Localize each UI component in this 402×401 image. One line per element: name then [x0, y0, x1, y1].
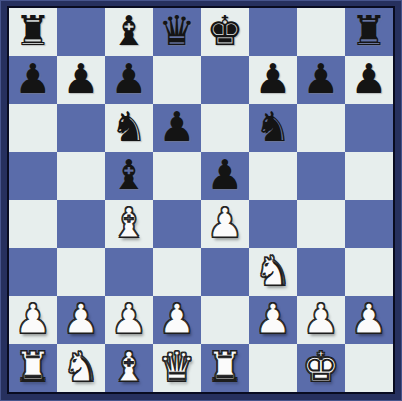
piece-white-pawn[interactable]: ♟ — [303, 295, 340, 343]
square-e6[interactable] — [201, 104, 249, 152]
piece-black-rook[interactable]: ♜ — [15, 7, 52, 55]
piece-white-pawn[interactable]: ♟ — [255, 295, 292, 343]
square-c2[interactable]: ♟ — [105, 296, 153, 344]
board-frame: ♜♝♛♚♜♟♟♟♟♟♟♞♟♞♝♟♝♟♞♟♟♟♟♟♟♟♜♞♝♛♜♚ — [0, 0, 402, 401]
square-e2[interactable] — [201, 296, 249, 344]
square-h5[interactable] — [345, 152, 393, 200]
square-h1[interactable] — [345, 344, 393, 392]
square-f8[interactable] — [249, 8, 297, 56]
square-a8[interactable]: ♜ — [9, 8, 57, 56]
square-d3[interactable] — [153, 248, 201, 296]
square-a2[interactable]: ♟ — [9, 296, 57, 344]
piece-white-king[interactable]: ♚ — [303, 343, 340, 391]
square-h2[interactable]: ♟ — [345, 296, 393, 344]
square-b4[interactable] — [57, 200, 105, 248]
square-e5[interactable]: ♟ — [201, 152, 249, 200]
square-f6[interactable]: ♞ — [249, 104, 297, 152]
square-c6[interactable]: ♞ — [105, 104, 153, 152]
square-h8[interactable]: ♜ — [345, 8, 393, 56]
piece-white-bishop[interactable]: ♝ — [111, 199, 148, 247]
piece-black-knight[interactable]: ♞ — [111, 103, 148, 151]
square-a3[interactable] — [9, 248, 57, 296]
square-f7[interactable]: ♟ — [249, 56, 297, 104]
piece-black-bishop[interactable]: ♝ — [111, 151, 148, 199]
square-g3[interactable] — [297, 248, 345, 296]
square-e1[interactable]: ♜ — [201, 344, 249, 392]
piece-white-pawn[interactable]: ♟ — [111, 295, 148, 343]
square-g4[interactable] — [297, 200, 345, 248]
square-b1[interactable]: ♞ — [57, 344, 105, 392]
piece-black-pawn[interactable]: ♟ — [159, 103, 196, 151]
square-f3[interactable]: ♞ — [249, 248, 297, 296]
square-g6[interactable] — [297, 104, 345, 152]
piece-white-knight[interactable]: ♞ — [255, 247, 292, 295]
piece-white-rook[interactable]: ♜ — [15, 343, 52, 391]
square-b5[interactable] — [57, 152, 105, 200]
square-h7[interactable]: ♟ — [345, 56, 393, 104]
piece-white-pawn[interactable]: ♟ — [159, 295, 196, 343]
square-f5[interactable] — [249, 152, 297, 200]
square-a6[interactable] — [9, 104, 57, 152]
piece-black-knight[interactable]: ♞ — [255, 103, 292, 151]
square-e4[interactable]: ♟ — [201, 200, 249, 248]
square-h6[interactable] — [345, 104, 393, 152]
square-a5[interactable] — [9, 152, 57, 200]
piece-white-pawn[interactable]: ♟ — [63, 295, 100, 343]
square-e7[interactable] — [201, 56, 249, 104]
square-e8[interactable]: ♚ — [201, 8, 249, 56]
square-b2[interactable]: ♟ — [57, 296, 105, 344]
square-d1[interactable]: ♛ — [153, 344, 201, 392]
square-b6[interactable] — [57, 104, 105, 152]
square-g7[interactable]: ♟ — [297, 56, 345, 104]
piece-white-bishop[interactable]: ♝ — [111, 343, 148, 391]
square-f4[interactable] — [249, 200, 297, 248]
piece-white-rook[interactable]: ♜ — [207, 343, 244, 391]
square-h4[interactable] — [345, 200, 393, 248]
piece-black-pawn[interactable]: ♟ — [63, 55, 100, 103]
piece-black-pawn[interactable]: ♟ — [15, 55, 52, 103]
piece-black-pawn[interactable]: ♟ — [207, 151, 244, 199]
square-a4[interactable] — [9, 200, 57, 248]
piece-white-queen[interactable]: ♛ — [159, 343, 196, 391]
square-e3[interactable] — [201, 248, 249, 296]
piece-white-knight[interactable]: ♞ — [63, 343, 100, 391]
piece-black-pawn[interactable]: ♟ — [255, 55, 292, 103]
square-a1[interactable]: ♜ — [9, 344, 57, 392]
piece-white-pawn[interactable]: ♟ — [15, 295, 52, 343]
square-c8[interactable]: ♝ — [105, 8, 153, 56]
square-g2[interactable]: ♟ — [297, 296, 345, 344]
square-g5[interactable] — [297, 152, 345, 200]
piece-black-king[interactable]: ♚ — [207, 7, 244, 55]
piece-black-pawn[interactable]: ♟ — [303, 55, 340, 103]
square-b7[interactable]: ♟ — [57, 56, 105, 104]
piece-black-pawn[interactable]: ♟ — [111, 55, 148, 103]
square-g8[interactable] — [297, 8, 345, 56]
square-a7[interactable]: ♟ — [9, 56, 57, 104]
square-c7[interactable]: ♟ — [105, 56, 153, 104]
piece-black-rook[interactable]: ♜ — [351, 7, 388, 55]
square-c4[interactable]: ♝ — [105, 200, 153, 248]
square-h3[interactable] — [345, 248, 393, 296]
square-f2[interactable]: ♟ — [249, 296, 297, 344]
square-d5[interactable] — [153, 152, 201, 200]
square-d6[interactable]: ♟ — [153, 104, 201, 152]
square-d8[interactable]: ♛ — [153, 8, 201, 56]
piece-black-queen[interactable]: ♛ — [159, 7, 196, 55]
square-g1[interactable]: ♚ — [297, 344, 345, 392]
chess-board: ♜♝♛♚♜♟♟♟♟♟♟♞♟♞♝♟♝♟♞♟♟♟♟♟♟♟♜♞♝♛♜♚ — [9, 8, 393, 392]
square-b8[interactable] — [57, 8, 105, 56]
square-b3[interactable] — [57, 248, 105, 296]
square-c5[interactable]: ♝ — [105, 152, 153, 200]
square-d4[interactable] — [153, 200, 201, 248]
square-d2[interactable]: ♟ — [153, 296, 201, 344]
square-f1[interactable] — [249, 344, 297, 392]
square-d7[interactable] — [153, 56, 201, 104]
square-c1[interactable]: ♝ — [105, 344, 153, 392]
square-c3[interactable] — [105, 248, 153, 296]
piece-black-bishop[interactable]: ♝ — [111, 7, 148, 55]
piece-white-pawn[interactable]: ♟ — [207, 199, 244, 247]
piece-white-pawn[interactable]: ♟ — [351, 295, 388, 343]
piece-black-pawn[interactable]: ♟ — [351, 55, 388, 103]
